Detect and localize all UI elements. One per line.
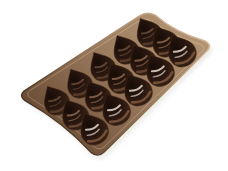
mold-photo-svg xyxy=(0,0,228,171)
photo-stage xyxy=(0,0,228,171)
chocolate-mold-photo xyxy=(0,0,228,171)
